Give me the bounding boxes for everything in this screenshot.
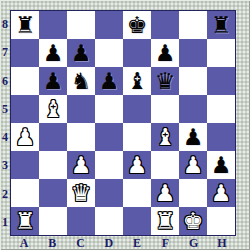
- square-b3[interactable]: [39, 151, 67, 179]
- black-pawn-h3[interactable]: ♟: [207, 151, 235, 179]
- square-f6[interactable]: ♛: [151, 67, 179, 95]
- black-king-e8[interactable]: ♚: [123, 11, 151, 39]
- black-knight-c6[interactable]: ♞: [67, 67, 95, 95]
- file-label-e: E: [123, 236, 151, 250]
- rank-label-3: 3: [0, 151, 10, 179]
- chess-diagram-window: 8 7 6 5 4 3 2 1 ♜♚♜♟♟♟♟♞♟♝♛♝♟♝♟♟♟♟♟♛♟♟♜♜…: [0, 0, 250, 250]
- square-d4[interactable]: [95, 123, 123, 151]
- square-d8[interactable]: [95, 11, 123, 39]
- black-pawn-d6[interactable]: ♟: [95, 67, 123, 95]
- square-b5[interactable]: ♝: [39, 95, 67, 123]
- square-d6[interactable]: ♟: [95, 67, 123, 95]
- square-g4[interactable]: ♟: [179, 123, 207, 151]
- black-pawn-c7[interactable]: ♟: [67, 39, 95, 67]
- black-pawn-b6[interactable]: ♟: [39, 67, 67, 95]
- chess-board: ♜♚♜♟♟♟♟♞♟♝♛♝♟♝♟♟♟♟♟♛♟♟♜♜♚: [10, 10, 236, 236]
- square-g2[interactable]: [179, 179, 207, 207]
- square-e1[interactable]: [123, 207, 151, 235]
- square-b6[interactable]: ♟: [39, 67, 67, 95]
- file-label-h: H: [208, 236, 236, 250]
- square-f7[interactable]: ♟: [151, 39, 179, 67]
- square-g1[interactable]: ♚: [179, 207, 207, 235]
- square-c1[interactable]: [67, 207, 95, 235]
- square-e5[interactable]: [123, 95, 151, 123]
- square-c8[interactable]: [67, 11, 95, 39]
- square-h2[interactable]: ♟: [207, 179, 235, 207]
- square-a7[interactable]: [11, 39, 39, 67]
- black-rook-h8[interactable]: ♜: [207, 11, 235, 39]
- square-g3[interactable]: ♟: [179, 151, 207, 179]
- black-rook-a8[interactable]: ♜: [11, 11, 39, 39]
- square-f8[interactable]: [151, 11, 179, 39]
- file-label-c: C: [67, 236, 95, 250]
- square-d5[interactable]: [95, 95, 123, 123]
- square-g7[interactable]: [179, 39, 207, 67]
- square-a3[interactable]: [11, 151, 39, 179]
- square-g5[interactable]: [179, 95, 207, 123]
- rank-label-8: 8: [0, 10, 10, 38]
- white-pawn-f2[interactable]: ♟: [151, 179, 179, 207]
- square-h8[interactable]: ♜: [207, 11, 235, 39]
- square-e6[interactable]: ♝: [123, 67, 151, 95]
- square-h5[interactable]: [207, 95, 235, 123]
- white-pawn-e3[interactable]: ♟: [123, 151, 151, 179]
- square-c4[interactable]: [67, 123, 95, 151]
- square-f5[interactable]: [151, 95, 179, 123]
- rank-label-2: 2: [0, 180, 10, 208]
- square-c6[interactable]: ♞: [67, 67, 95, 95]
- square-a5[interactable]: [11, 95, 39, 123]
- square-e3[interactable]: ♟: [123, 151, 151, 179]
- white-rook-f1[interactable]: ♜: [151, 207, 179, 235]
- square-f4[interactable]: ♝: [151, 123, 179, 151]
- black-pawn-g4[interactable]: ♟: [179, 123, 207, 151]
- square-h7[interactable]: [207, 39, 235, 67]
- rank-label-1: 1: [0, 208, 10, 236]
- file-label-a: A: [10, 236, 38, 250]
- rank-label-5: 5: [0, 95, 10, 123]
- square-d7[interactable]: [95, 39, 123, 67]
- white-bishop-f4[interactable]: ♝: [151, 123, 179, 151]
- white-bishop-b5[interactable]: ♝: [39, 95, 67, 123]
- white-pawn-c3[interactable]: ♟: [67, 151, 95, 179]
- square-e7[interactable]: [123, 39, 151, 67]
- black-pawn-f7[interactable]: ♟: [151, 39, 179, 67]
- square-d3[interactable]: [95, 151, 123, 179]
- file-label-f: F: [151, 236, 179, 250]
- rank-label-6: 6: [0, 67, 10, 95]
- square-e8[interactable]: ♚: [123, 11, 151, 39]
- square-d1[interactable]: [95, 207, 123, 235]
- rank-label-4: 4: [0, 123, 10, 151]
- white-pawn-h2[interactable]: ♟: [207, 179, 235, 207]
- square-b8[interactable]: [39, 11, 67, 39]
- square-a2[interactable]: [11, 179, 39, 207]
- square-b2[interactable]: [39, 179, 67, 207]
- square-c3[interactable]: ♟: [67, 151, 95, 179]
- file-label-g: G: [180, 236, 208, 250]
- square-f1[interactable]: ♜: [151, 207, 179, 235]
- square-b4[interactable]: [39, 123, 67, 151]
- white-queen-c2[interactable]: ♛: [67, 179, 95, 207]
- square-a6[interactable]: [11, 67, 39, 95]
- black-queen-f6[interactable]: ♛: [151, 67, 179, 95]
- square-e2[interactable]: [123, 179, 151, 207]
- white-pawn-a4[interactable]: ♟: [11, 123, 39, 151]
- square-b7[interactable]: ♟: [39, 39, 67, 67]
- square-a4[interactable]: ♟: [11, 123, 39, 151]
- square-g6[interactable]: [179, 67, 207, 95]
- file-label-b: B: [38, 236, 66, 250]
- black-pawn-b7[interactable]: ♟: [39, 39, 67, 67]
- white-pawn-g3[interactable]: ♟: [179, 151, 207, 179]
- rank-label-7: 7: [0, 38, 10, 66]
- square-c7[interactable]: ♟: [67, 39, 95, 67]
- square-g8[interactable]: [179, 11, 207, 39]
- white-rook-a1[interactable]: ♜: [11, 207, 39, 235]
- square-h1[interactable]: [207, 207, 235, 235]
- square-d2[interactable]: [95, 179, 123, 207]
- square-c5[interactable]: [67, 95, 95, 123]
- black-bishop-e6[interactable]: ♝: [123, 67, 151, 95]
- square-f3[interactable]: [151, 151, 179, 179]
- square-e4[interactable]: [123, 123, 151, 151]
- white-king-g1[interactable]: ♚: [179, 207, 207, 235]
- rank-labels: 8 7 6 5 4 3 2 1: [0, 10, 10, 236]
- file-label-d: D: [95, 236, 123, 250]
- square-a1[interactable]: ♜: [11, 207, 39, 235]
- square-f2[interactable]: ♟: [151, 179, 179, 207]
- square-h6[interactable]: [207, 67, 235, 95]
- file-labels: A B C D E F G H: [10, 236, 236, 250]
- square-h4[interactable]: [207, 123, 235, 151]
- square-h3[interactable]: ♟: [207, 151, 235, 179]
- square-c2[interactable]: ♛: [67, 179, 95, 207]
- square-a8[interactable]: ♜: [11, 11, 39, 39]
- square-b1[interactable]: [39, 207, 67, 235]
